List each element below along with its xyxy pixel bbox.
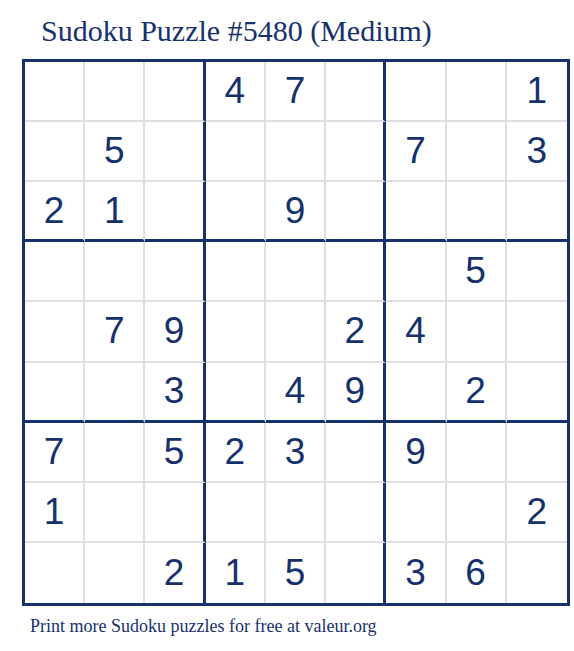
sudoku-cell-r1c7 [386,62,446,122]
sudoku-cell-r9c8: 6 [447,543,507,603]
sudoku-cell-r8c6 [326,483,386,543]
sudoku-cell-r6c7 [386,363,446,423]
sudoku-cell-r7c7: 9 [386,423,446,483]
sudoku-cell-r7c8 [447,423,507,483]
sudoku-cell-r8c3 [145,483,205,543]
sudoku-cell-r8c2 [85,483,145,543]
sudoku-cell-r9c9 [507,543,567,603]
sudoku-cell-r2c6 [326,122,386,182]
sudoku-cell-r3c5: 9 [266,182,326,242]
sudoku-cell-r2c5 [266,122,326,182]
sudoku-grid: 471573219579243492752391221536 [22,59,570,606]
sudoku-cell-r5c7: 4 [386,302,446,362]
sudoku-cell-r2c9: 3 [507,122,567,182]
sudoku-cell-r4c9 [507,242,567,302]
sudoku-cell-r8c1: 1 [25,483,85,543]
sudoku-cell-r4c2 [85,242,145,302]
sudoku-cell-r6c1 [25,363,85,423]
sudoku-cell-r5c3: 9 [145,302,205,362]
sudoku-cell-r5c5 [266,302,326,362]
sudoku-cell-r2c4 [206,122,266,182]
sudoku-cell-r4c1 [25,242,85,302]
sudoku-cell-r5c2: 7 [85,302,145,362]
sudoku-cell-r2c8 [447,122,507,182]
sudoku-cell-r1c3 [145,62,205,122]
sudoku-cell-r9c7: 3 [386,543,446,603]
sudoku-cell-r4c6 [326,242,386,302]
sudoku-cell-r9c1 [25,543,85,603]
sudoku-cell-r1c5: 7 [266,62,326,122]
sudoku-cell-r8c7 [386,483,446,543]
sudoku-cell-r3c1: 2 [25,182,85,242]
sudoku-cell-r6c2 [85,363,145,423]
sudoku-cell-r3c3 [145,182,205,242]
sudoku-cell-r6c4 [206,363,266,423]
sudoku-cell-r2c3 [145,122,205,182]
sudoku-cell-r8c8 [447,483,507,543]
sudoku-cell-r8c4 [206,483,266,543]
sudoku-cell-r6c3: 3 [145,363,205,423]
sudoku-cell-r9c5: 5 [266,543,326,603]
sudoku-cell-r4c8: 5 [447,242,507,302]
sudoku-cell-r9c4: 1 [206,543,266,603]
sudoku-cell-r9c2 [85,543,145,603]
sudoku-cell-r4c3 [145,242,205,302]
sudoku-cell-r1c9: 1 [507,62,567,122]
footer-note: Print more Sudoku puzzles for free at va… [30,616,377,637]
sudoku-cell-r7c9 [507,423,567,483]
sudoku-cell-r4c7 [386,242,446,302]
sudoku-cell-r3c9 [507,182,567,242]
sudoku-cell-r7c4: 2 [206,423,266,483]
sudoku-cell-r1c1 [25,62,85,122]
sudoku-cell-r5c8 [447,302,507,362]
sudoku-cell-r7c2 [85,423,145,483]
sudoku-cell-r6c8: 2 [447,363,507,423]
sudoku-cell-r8c9: 2 [507,483,567,543]
page-title: Sudoku Puzzle #5480 (Medium) [41,14,432,47]
sudoku-cell-r7c3: 5 [145,423,205,483]
sudoku-cell-r1c4: 4 [206,62,266,122]
sudoku-cell-r3c4 [206,182,266,242]
sudoku-cell-r4c5 [266,242,326,302]
sudoku-cell-r5c4 [206,302,266,362]
sudoku-cell-r3c8 [447,182,507,242]
sudoku-page: Sudoku Puzzle #5480 (Medium) 47157321957… [0,0,574,651]
sudoku-cell-r7c5: 3 [266,423,326,483]
sudoku-cell-r9c3: 2 [145,543,205,603]
sudoku-cell-r4c4 [206,242,266,302]
sudoku-cell-r6c5: 4 [266,363,326,423]
sudoku-cell-r3c7 [386,182,446,242]
sudoku-cell-r6c9 [507,363,567,423]
sudoku-cell-r3c2: 1 [85,182,145,242]
sudoku-cell-r1c8 [447,62,507,122]
sudoku-cell-r8c5 [266,483,326,543]
sudoku-cell-r5c9 [507,302,567,362]
sudoku-cell-r2c7: 7 [386,122,446,182]
sudoku-cell-r7c6 [326,423,386,483]
sudoku-cell-r6c6: 9 [326,363,386,423]
sudoku-cell-r5c6: 2 [326,302,386,362]
sudoku-cell-r1c2 [85,62,145,122]
sudoku-cell-r7c1: 7 [25,423,85,483]
sudoku-cell-r2c2: 5 [85,122,145,182]
sudoku-cell-r5c1 [25,302,85,362]
sudoku-cell-r3c6 [326,182,386,242]
sudoku-cell-r1c6 [326,62,386,122]
sudoku-cell-r2c1 [25,122,85,182]
sudoku-cell-r9c6 [326,543,386,603]
